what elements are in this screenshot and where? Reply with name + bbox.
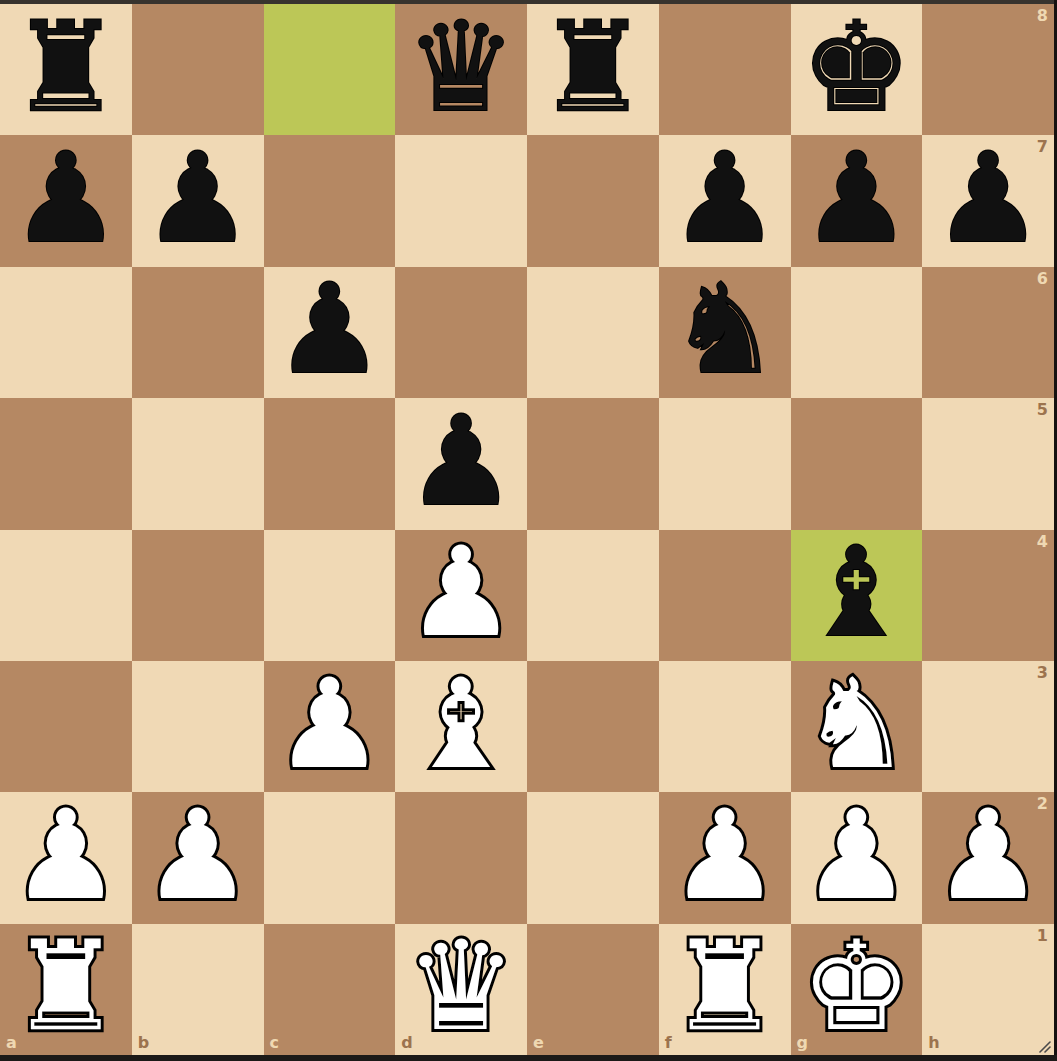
piece-white-rook-a1[interactable]: ♜ [10,924,121,1048]
piece-black-pawn-d5[interactable]: ♟ [406,399,517,523]
square-f4[interactable] [659,530,791,661]
piece-white-pawn-c3[interactable]: ♟ [274,662,385,786]
piece-black-pawn-f7[interactable]: ♟ [669,136,780,260]
square-g4[interactable]: ♝ [791,530,923,661]
square-d2[interactable] [395,792,527,923]
square-f5[interactable] [659,398,791,529]
square-d7[interactable] [395,135,527,266]
piece-black-pawn-b7[interactable]: ♟ [142,136,253,260]
square-h6[interactable]: 6 [922,267,1054,398]
square-e8[interactable]: ♜ [527,4,659,135]
file-label-d: d [401,1035,412,1051]
square-a7[interactable]: ♟ [0,135,132,266]
piece-white-king-g1[interactable]: ♚ [801,924,912,1048]
square-b5[interactable] [132,398,264,529]
rank-label-7: 7 [1037,139,1048,155]
rank-label-6: 6 [1037,271,1048,287]
piece-white-pawn-a2[interactable]: ♟ [10,793,121,917]
square-b7[interactable]: ♟ [132,135,264,266]
piece-black-knight-f6[interactable]: ♞ [669,267,780,391]
square-e6[interactable] [527,267,659,398]
square-a5[interactable] [0,398,132,529]
square-g5[interactable] [791,398,923,529]
square-f8[interactable] [659,4,791,135]
rank-label-1: 1 [1037,928,1048,944]
piece-black-pawn-g7[interactable]: ♟ [801,136,912,260]
square-g8[interactable]: ♚ [791,4,923,135]
piece-black-pawn-a7[interactable]: ♟ [10,136,121,260]
square-a1[interactable]: ♜a [0,924,132,1055]
square-e2[interactable] [527,792,659,923]
piece-black-bishop-g4[interactable]: ♝ [801,530,912,654]
square-f1[interactable]: ♜f [659,924,791,1055]
piece-black-king-g8[interactable]: ♚ [801,5,912,129]
square-d5[interactable]: ♟ [395,398,527,529]
rank-label-5: 5 [1037,402,1048,418]
square-g1[interactable]: ♚g [791,924,923,1055]
square-b8[interactable] [132,4,264,135]
piece-white-pawn-h2[interactable]: ♟ [933,793,1044,917]
square-e7[interactable] [527,135,659,266]
square-e4[interactable] [527,530,659,661]
piece-white-knight-g3[interactable]: ♞ [801,662,912,786]
rank-label-4: 4 [1037,534,1048,550]
piece-black-rook-e8[interactable]: ♜ [537,5,648,129]
square-c2[interactable] [264,792,396,923]
piece-black-queen-d8[interactable]: ♛ [406,5,517,129]
square-c6[interactable]: ♟ [264,267,396,398]
piece-white-pawn-g2[interactable]: ♟ [801,793,912,917]
square-c1[interactable]: c [264,924,396,1055]
square-g2[interactable]: ♟ [791,792,923,923]
square-h3[interactable]: 3 [922,661,1054,792]
chess-board[interactable]: ♜♛♜♚8♟♟♟♟♟7♟♞6♟5♟♝4♟♝♞3♟♟♟♟♟2♜abc♛de♜f♚g… [0,4,1054,1055]
square-b2[interactable]: ♟ [132,792,264,923]
square-d4[interactable]: ♟ [395,530,527,661]
square-h1[interactable]: 1h [922,924,1054,1055]
rank-label-2: 2 [1037,796,1048,812]
square-h4[interactable]: 4 [922,530,1054,661]
square-g6[interactable] [791,267,923,398]
file-label-a: a [6,1035,17,1051]
piece-white-pawn-d4[interactable]: ♟ [406,530,517,654]
square-c3[interactable]: ♟ [264,661,396,792]
rank-label-3: 3 [1037,665,1048,681]
square-c5[interactable] [264,398,396,529]
square-c8[interactable] [264,4,396,135]
file-label-g: g [797,1035,808,1051]
piece-black-pawn-c6[interactable]: ♟ [274,267,385,391]
square-a2[interactable]: ♟ [0,792,132,923]
piece-black-pawn-h7[interactable]: ♟ [933,136,1044,260]
square-a6[interactable] [0,267,132,398]
piece-white-pawn-b2[interactable]: ♟ [142,793,253,917]
square-d8[interactable]: ♛ [395,4,527,135]
square-b1[interactable]: b [132,924,264,1055]
square-e5[interactable] [527,398,659,529]
piece-black-rook-a8[interactable]: ♜ [10,5,121,129]
rank-label-8: 8 [1037,8,1048,24]
square-h2[interactable]: ♟2 [922,792,1054,923]
resize-handle-icon[interactable] [1037,1040,1052,1053]
file-label-f: f [665,1035,672,1051]
file-label-b: b [138,1035,149,1051]
board-frame-bottom [0,1055,1057,1061]
square-b3[interactable] [132,661,264,792]
square-b6[interactable] [132,267,264,398]
square-a4[interactable] [0,530,132,661]
file-label-c: c [270,1035,279,1051]
piece-white-rook-f1[interactable]: ♜ [669,924,780,1048]
piece-white-queen-d1[interactable]: ♛ [406,924,517,1048]
square-b4[interactable] [132,530,264,661]
square-d6[interactable] [395,267,527,398]
square-f2[interactable]: ♟ [659,792,791,923]
square-f6[interactable]: ♞ [659,267,791,398]
piece-white-bishop-d3[interactable]: ♝ [406,662,517,786]
piece-white-pawn-f2[interactable]: ♟ [669,793,780,917]
square-a3[interactable] [0,661,132,792]
file-label-e: e [533,1035,544,1051]
square-e3[interactable] [527,661,659,792]
square-g3[interactable]: ♞ [791,661,923,792]
file-label-h: h [928,1035,939,1051]
square-h5[interactable]: 5 [922,398,1054,529]
square-d3[interactable]: ♝ [395,661,527,792]
square-d1[interactable]: ♛d [395,924,527,1055]
square-c4[interactable] [264,530,396,661]
square-f3[interactable] [659,661,791,792]
square-a8[interactable]: ♜ [0,4,132,135]
square-h7[interactable]: ♟7 [922,135,1054,266]
square-e1[interactable]: e [527,924,659,1055]
square-h8[interactable]: 8 [922,4,1054,135]
square-c7[interactable] [264,135,396,266]
square-f7[interactable]: ♟ [659,135,791,266]
square-g7[interactable]: ♟ [791,135,923,266]
